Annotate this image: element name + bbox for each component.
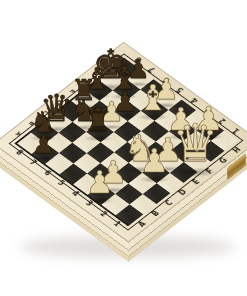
chess-set-product-photo: 11AA22BB33CC44DD55EE66FF77GG88HH ♚♛♜♝♞♞♜… bbox=[0, 0, 247, 296]
chess-board: 11AA22BB33CC44DD55EE66FF77GG88HH bbox=[0, 42, 247, 243]
